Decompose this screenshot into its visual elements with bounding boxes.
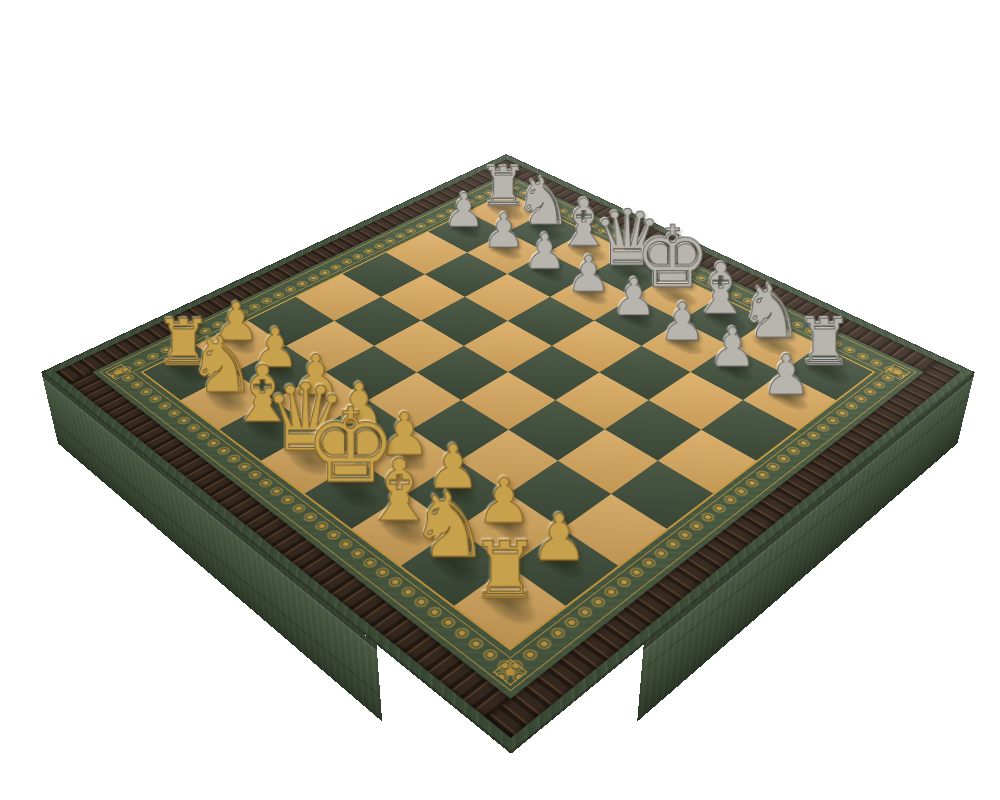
brass-rook-glyph: ♜ bbox=[431, 534, 579, 609]
silver-pawn-glyph: ♟ bbox=[724, 349, 848, 402]
product-photo-stage: ♜♞♝♛♚♝♞♜♟♟♟♟♟♟♟♟♟♟♟♟♟♟♟♟♜♞♝♛♚♝♞♜ bbox=[0, 0, 1000, 800]
scene: ♜♞♝♛♚♝♞♜♟♟♟♟♟♟♟♟♟♟♟♟♟♟♟♟♜♞♝♛♚♝♞♜ bbox=[0, 0, 1000, 800]
chess-cabinet: ♜♞♝♛♚♝♞♜♟♟♟♟♟♟♟♟♟♟♟♟♟♟♟♟♜♞♝♛♚♝♞♜ bbox=[41, 154, 974, 754]
